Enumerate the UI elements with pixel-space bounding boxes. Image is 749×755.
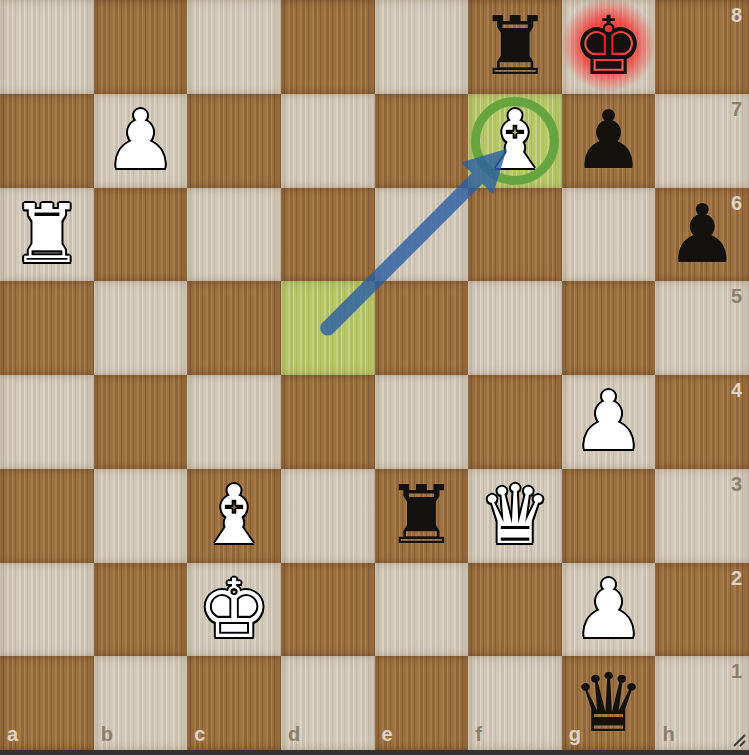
- square-c3[interactable]: ♝: [187, 469, 281, 563]
- square-a1[interactable]: a: [0, 656, 94, 750]
- square-b3[interactable]: [94, 469, 188, 563]
- piece-white-rook[interactable]: ♜: [0, 188, 94, 282]
- square-a3[interactable]: [0, 469, 94, 563]
- square-a7[interactable]: [0, 94, 94, 188]
- window-edge-bar: [0, 750, 749, 755]
- square-b6[interactable]: [94, 188, 188, 282]
- square-g4[interactable]: ♟: [562, 375, 656, 469]
- file-label-d: d: [288, 723, 300, 746]
- square-b8[interactable]: [94, 0, 188, 94]
- square-f4[interactable]: [468, 375, 562, 469]
- file-label-c: c: [194, 723, 205, 746]
- square-e5[interactable]: [375, 281, 469, 375]
- square-g7[interactable]: ♟: [562, 94, 656, 188]
- file-label-f: f: [475, 723, 482, 746]
- square-h5[interactable]: 5: [655, 281, 749, 375]
- square-c6[interactable]: [187, 188, 281, 282]
- square-d1[interactable]: d: [281, 656, 375, 750]
- piece-black-king[interactable]: ♚: [562, 0, 656, 94]
- square-b4[interactable]: [94, 375, 188, 469]
- rank-label-1: 1: [731, 660, 742, 683]
- file-label-b: b: [101, 723, 113, 746]
- chess-app: ♜♚8♟♝♟7♜6♟5♟4♝♜♛3♚♟2abcdefg♛h1: [0, 0, 749, 755]
- square-h8[interactable]: 8: [655, 0, 749, 94]
- square-c1[interactable]: c: [187, 656, 281, 750]
- piece-white-pawn[interactable]: ♟: [562, 563, 656, 657]
- square-e6[interactable]: [375, 188, 469, 282]
- square-e8[interactable]: [375, 0, 469, 94]
- resize-handle-icon[interactable]: [730, 731, 746, 747]
- square-e4[interactable]: [375, 375, 469, 469]
- square-f6[interactable]: [468, 188, 562, 282]
- square-g5[interactable]: [562, 281, 656, 375]
- square-b2[interactable]: [94, 563, 188, 657]
- square-h2[interactable]: 2: [655, 563, 749, 657]
- square-h4[interactable]: 4: [655, 375, 749, 469]
- square-c5[interactable]: [187, 281, 281, 375]
- square-d2[interactable]: [281, 563, 375, 657]
- piece-black-rook[interactable]: ♜: [468, 0, 562, 94]
- rank-label-3: 3: [731, 473, 742, 496]
- rank-label-8: 8: [731, 4, 742, 27]
- square-b5[interactable]: [94, 281, 188, 375]
- rank-label-2: 2: [731, 567, 742, 590]
- square-g8[interactable]: ♚: [562, 0, 656, 94]
- square-d5[interactable]: [281, 281, 375, 375]
- piece-black-queen[interactable]: ♛: [562, 656, 656, 750]
- square-d7[interactable]: [281, 94, 375, 188]
- square-h6[interactable]: 6♟: [655, 188, 749, 282]
- piece-black-pawn[interactable]: ♟: [562, 94, 656, 188]
- square-a6[interactable]: ♜: [0, 188, 94, 282]
- file-label-h: h: [662, 723, 674, 746]
- square-b7[interactable]: ♟: [94, 94, 188, 188]
- chess-board[interactable]: ♜♚8♟♝♟7♜6♟5♟4♝♜♛3♚♟2abcdefg♛h1: [0, 0, 749, 750]
- square-d4[interactable]: [281, 375, 375, 469]
- square-f8[interactable]: ♜: [468, 0, 562, 94]
- square-h3[interactable]: 3: [655, 469, 749, 563]
- square-a5[interactable]: [0, 281, 94, 375]
- square-f5[interactable]: [468, 281, 562, 375]
- piece-white-pawn[interactable]: ♟: [562, 375, 656, 469]
- square-c4[interactable]: [187, 375, 281, 469]
- file-label-a: a: [7, 723, 18, 746]
- rank-label-5: 5: [731, 285, 742, 308]
- square-e2[interactable]: [375, 563, 469, 657]
- square-c8[interactable]: [187, 0, 281, 94]
- square-d6[interactable]: [281, 188, 375, 282]
- square-a8[interactable]: [0, 0, 94, 94]
- square-e7[interactable]: [375, 94, 469, 188]
- rank-label-7: 7: [731, 98, 742, 121]
- square-f3[interactable]: ♛: [468, 469, 562, 563]
- square-a4[interactable]: [0, 375, 94, 469]
- piece-white-queen[interactable]: ♛: [468, 469, 562, 563]
- square-b1[interactable]: b: [94, 656, 188, 750]
- square-a2[interactable]: [0, 563, 94, 657]
- square-h7[interactable]: 7: [655, 94, 749, 188]
- square-e3[interactable]: ♜: [375, 469, 469, 563]
- piece-white-king[interactable]: ♚: [187, 563, 281, 657]
- square-e1[interactable]: e: [375, 656, 469, 750]
- piece-black-rook[interactable]: ♜: [375, 469, 469, 563]
- piece-white-bishop[interactable]: ♝: [468, 94, 562, 188]
- piece-black-pawn[interactable]: ♟: [655, 188, 749, 282]
- square-f1[interactable]: f: [468, 656, 562, 750]
- square-c2[interactable]: ♚: [187, 563, 281, 657]
- square-d3[interactable]: [281, 469, 375, 563]
- piece-white-bishop[interactable]: ♝: [187, 469, 281, 563]
- square-d8[interactable]: [281, 0, 375, 94]
- file-label-e: e: [382, 723, 393, 746]
- piece-white-pawn[interactable]: ♟: [94, 94, 188, 188]
- square-f2[interactable]: [468, 563, 562, 657]
- rank-label-4: 4: [731, 379, 742, 402]
- square-g2[interactable]: ♟: [562, 563, 656, 657]
- square-g1[interactable]: g♛: [562, 656, 656, 750]
- square-c7[interactable]: [187, 94, 281, 188]
- square-g6[interactable]: [562, 188, 656, 282]
- square-g3[interactable]: [562, 469, 656, 563]
- square-f7[interactable]: ♝: [468, 94, 562, 188]
